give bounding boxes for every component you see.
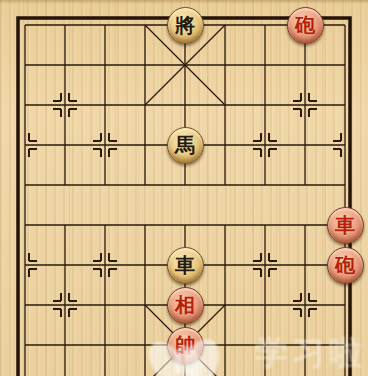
piece-grid: 將砲馬車車砲相帥: [5, 5, 365, 376]
piece-black-chariot[interactable]: 車: [167, 247, 204, 284]
piece-char: 相: [175, 295, 195, 315]
piece-char: 馬: [175, 135, 195, 155]
xiangqi-board: 將砲馬車車砲相帥 学习啦: [0, 0, 368, 376]
piece-black-general[interactable]: 將: [167, 7, 204, 44]
piece-red-cannon-2[interactable]: 砲: [327, 247, 364, 284]
piece-char: 將: [175, 15, 195, 35]
piece-char: 車: [175, 255, 195, 275]
piece-char: 砲: [295, 15, 315, 35]
piece-char: 車: [335, 215, 355, 235]
piece-red-cannon-1[interactable]: 砲: [287, 7, 324, 44]
piece-red-general[interactable]: 帥: [167, 327, 204, 364]
piece-char: 砲: [335, 255, 355, 275]
piece-red-chariot[interactable]: 車: [327, 207, 364, 244]
piece-red-elephant[interactable]: 相: [167, 287, 204, 324]
piece-char: 帥: [175, 335, 195, 355]
piece-black-horse[interactable]: 馬: [167, 127, 204, 164]
